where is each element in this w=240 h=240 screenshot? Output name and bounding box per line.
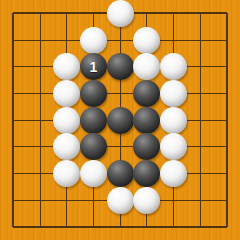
go-board[interactable]: 1 xyxy=(0,0,240,240)
stone-black xyxy=(133,80,160,107)
stone-white xyxy=(160,133,187,160)
stone-white xyxy=(53,107,80,134)
stone-white xyxy=(53,160,80,187)
stone-white xyxy=(160,107,187,134)
stone-white xyxy=(133,187,160,214)
stone-black xyxy=(107,107,134,134)
stone-black xyxy=(80,80,107,107)
stone-black xyxy=(133,107,160,134)
stone-black xyxy=(80,107,107,134)
stone-white xyxy=(160,160,187,187)
stone-white xyxy=(107,187,134,214)
stone-white xyxy=(107,0,134,27)
stone-white xyxy=(160,53,187,80)
stone-black xyxy=(133,160,160,187)
stone-black xyxy=(107,160,134,187)
stone-black-move-1: 1 xyxy=(80,53,107,80)
stone-white xyxy=(133,27,160,54)
stone-black xyxy=(107,53,134,80)
move-number-label: 1 xyxy=(89,60,97,74)
stone-white xyxy=(160,80,187,107)
stone-white xyxy=(53,80,80,107)
stone-black xyxy=(80,133,107,160)
stone-white xyxy=(80,27,107,54)
stone-white xyxy=(80,160,107,187)
